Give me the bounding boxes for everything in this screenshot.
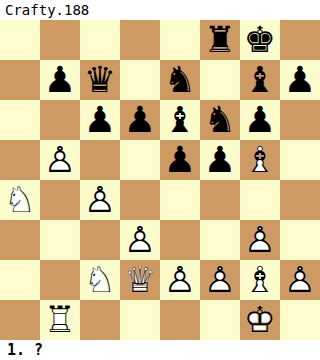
piece-black-pawn: ♟	[240, 100, 280, 140]
square-h4[interactable]	[280, 180, 320, 220]
square-b6[interactable]	[40, 100, 80, 140]
piece-black-knight: ♞	[160, 60, 200, 100]
square-g8[interactable]: ♚	[240, 20, 280, 60]
piece-white-pawn: ♟♙	[160, 260, 200, 300]
square-d5[interactable]	[120, 140, 160, 180]
piece-white-knight: ♞♘	[80, 260, 120, 300]
piece-white-rook: ♜♖	[40, 300, 80, 340]
square-f4[interactable]	[200, 180, 240, 220]
square-h7[interactable]: ♟	[280, 60, 320, 100]
chess-piece-glyph: ♙	[240, 220, 280, 260]
square-g3[interactable]: ♟♙	[240, 220, 280, 260]
square-c8[interactable]	[80, 20, 120, 60]
square-d3[interactable]: ♟♙	[120, 220, 160, 260]
chess-piece-glyph: ♘	[0, 180, 40, 220]
window-title: Crafty.188	[0, 0, 89, 20]
square-a8[interactable]	[0, 20, 40, 60]
chess-piece-glyph: ♝	[240, 60, 280, 100]
title-bar: Crafty.188	[0, 0, 320, 20]
square-a2[interactable]	[0, 260, 40, 300]
square-b5[interactable]: ♟♙	[40, 140, 80, 180]
piece-black-bishop: ♝	[240, 60, 280, 100]
chess-piece-glyph: ♛	[80, 60, 120, 100]
move-prompt: 1. ?	[0, 340, 43, 360]
square-d8[interactable]	[120, 20, 160, 60]
square-h8[interactable]	[280, 20, 320, 60]
piece-black-king: ♚	[240, 20, 280, 60]
piece-black-rook: ♜	[200, 20, 240, 60]
square-c1[interactable]	[80, 300, 120, 340]
square-e1[interactable]	[160, 300, 200, 340]
chess-piece-glyph: ♟	[200, 140, 240, 180]
piece-black-knight: ♞	[200, 100, 240, 140]
chess-piece-glyph: ♙	[200, 260, 240, 300]
square-d2[interactable]: ♛♕	[120, 260, 160, 300]
square-g5[interactable]: ♝♗	[240, 140, 280, 180]
chess-piece-glyph: ♖	[40, 300, 80, 340]
piece-white-pawn: ♟♙	[280, 260, 320, 300]
square-e7[interactable]: ♞	[160, 60, 200, 100]
square-d7[interactable]	[120, 60, 160, 100]
square-b8[interactable]	[40, 20, 80, 60]
square-f7[interactable]	[200, 60, 240, 100]
piece-black-pawn: ♟	[280, 60, 320, 100]
square-c5[interactable]	[80, 140, 120, 180]
square-a3[interactable]	[0, 220, 40, 260]
chess-piece-glyph: ♟	[80, 100, 120, 140]
square-c2[interactable]: ♞♘	[80, 260, 120, 300]
square-g6[interactable]: ♟	[240, 100, 280, 140]
chess-piece-glyph: ♟	[240, 100, 280, 140]
square-b2[interactable]	[40, 260, 80, 300]
square-f8[interactable]: ♜	[200, 20, 240, 60]
square-g7[interactable]: ♝	[240, 60, 280, 100]
square-c3[interactable]	[80, 220, 120, 260]
chess-piece-glyph: ♝	[160, 100, 200, 140]
square-e8[interactable]	[160, 20, 200, 60]
chess-piece-glyph: ♟	[160, 140, 200, 180]
square-g4[interactable]	[240, 180, 280, 220]
chess-piece-glyph: ♟	[120, 100, 160, 140]
square-g2[interactable]: ♝♗	[240, 260, 280, 300]
piece-white-bishop: ♝♗	[240, 260, 280, 300]
square-h1[interactable]	[280, 300, 320, 340]
piece-white-pawn: ♟♙	[40, 140, 80, 180]
square-a1[interactable]	[0, 300, 40, 340]
square-g1[interactable]: ♚♔	[240, 300, 280, 340]
piece-black-queen: ♛	[80, 60, 120, 100]
piece-white-pawn: ♟♙	[240, 220, 280, 260]
square-b3[interactable]	[40, 220, 80, 260]
piece-white-bishop: ♝♗	[240, 140, 280, 180]
piece-black-pawn: ♟	[120, 100, 160, 140]
piece-white-queen: ♛♕	[120, 260, 160, 300]
chess-piece-glyph: ♞	[160, 60, 200, 100]
piece-black-pawn: ♟	[80, 100, 120, 140]
square-f3[interactable]	[200, 220, 240, 260]
chess-piece-glyph: ♘	[80, 260, 120, 300]
square-h6[interactable]	[280, 100, 320, 140]
square-a7[interactable]	[0, 60, 40, 100]
chess-piece-glyph: ♟	[280, 60, 320, 100]
chess-piece-glyph: ♚	[240, 20, 280, 60]
square-a4[interactable]: ♞♘	[0, 180, 40, 220]
square-f6[interactable]: ♞	[200, 100, 240, 140]
chess-piece-glyph: ♗	[240, 260, 280, 300]
piece-black-pawn: ♟	[160, 140, 200, 180]
board: ♜♚♟♛♞♝♟♟♟♝♞♟♟♙♟♟♝♗♞♘♟♙♟♙♟♙♞♘♛♕♟♙♟♙♝♗♟♙♜♖…	[0, 20, 320, 340]
square-b7[interactable]: ♟	[40, 60, 80, 100]
square-b4[interactable]	[40, 180, 80, 220]
chess-piece-glyph: ♔	[240, 300, 280, 340]
piece-white-knight: ♞♘	[0, 180, 40, 220]
square-e4[interactable]	[160, 180, 200, 220]
piece-black-bishop: ♝	[160, 100, 200, 140]
square-c6[interactable]: ♟	[80, 100, 120, 140]
piece-black-pawn: ♟	[200, 140, 240, 180]
square-c4[interactable]: ♟♙	[80, 180, 120, 220]
piece-white-king: ♚♔	[240, 300, 280, 340]
chess-piece-glyph: ♜	[200, 20, 240, 60]
piece-white-pawn: ♟♙	[200, 260, 240, 300]
square-e3[interactable]	[160, 220, 200, 260]
square-e6[interactable]: ♝	[160, 100, 200, 140]
square-h2[interactable]: ♟♙	[280, 260, 320, 300]
square-a6[interactable]	[0, 100, 40, 140]
chess-piece-glyph: ♙	[280, 260, 320, 300]
chess-piece-glyph: ♙	[120, 220, 160, 260]
square-f2[interactable]: ♟♙	[200, 260, 240, 300]
square-h5[interactable]	[280, 140, 320, 180]
chess-piece-glyph: ♙	[40, 140, 80, 180]
square-d1[interactable]	[120, 300, 160, 340]
square-e5[interactable]: ♟	[160, 140, 200, 180]
piece-white-pawn: ♟♙	[120, 220, 160, 260]
square-c7[interactable]: ♛	[80, 60, 120, 100]
status-bar: 1. ?	[0, 340, 320, 360]
square-a5[interactable]	[0, 140, 40, 180]
chess-piece-glyph: ♙	[160, 260, 200, 300]
square-e2[interactable]: ♟♙	[160, 260, 200, 300]
chess-piece-glyph: ♟	[40, 60, 80, 100]
chess-piece-glyph: ♕	[120, 260, 160, 300]
square-f5[interactable]: ♟	[200, 140, 240, 180]
piece-white-pawn: ♟♙	[80, 180, 120, 220]
piece-black-pawn: ♟	[40, 60, 80, 100]
square-h3[interactable]	[280, 220, 320, 260]
square-f1[interactable]	[200, 300, 240, 340]
square-d6[interactable]: ♟	[120, 100, 160, 140]
chess-piece-glyph: ♞	[200, 100, 240, 140]
chess-piece-glyph: ♗	[240, 140, 280, 180]
square-d4[interactable]	[120, 180, 160, 220]
chess-piece-glyph: ♙	[80, 180, 120, 220]
square-b1[interactable]: ♜♖	[40, 300, 80, 340]
